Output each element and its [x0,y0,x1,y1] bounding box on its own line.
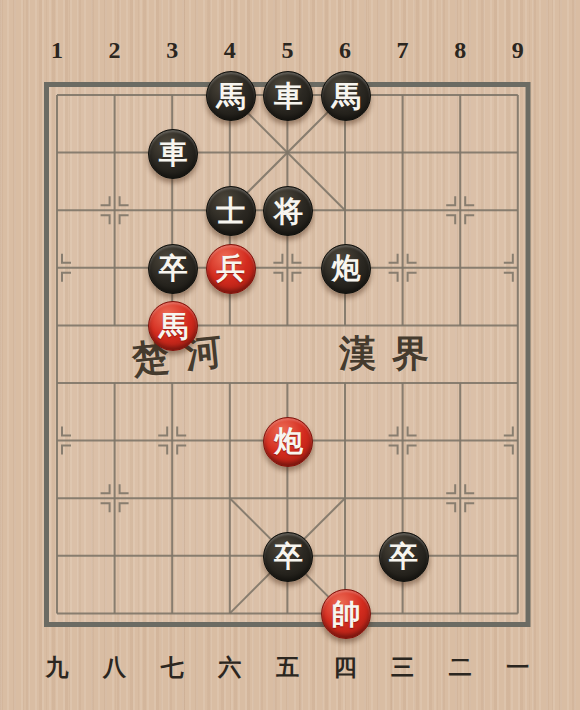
piece-character: 馬 [332,82,361,111]
piece-character: 兵 [216,254,245,283]
piece-character: 炮 [332,254,361,283]
piece-character: 士 [216,197,245,226]
piece-character: 車 [274,82,303,111]
river-label-han-jie: 漢界 [339,329,445,379]
piece-character: 馬 [216,82,245,111]
piece-character: 炮 [274,427,303,456]
piece-red-cannon[interactable]: 炮 [263,417,313,467]
file-label-top-8: 8 [438,37,482,64]
piece-red-soldier[interactable]: 兵 [206,244,256,294]
xiangqi-board: 123456789 九八七六五四三二一 楚河 漢界 馬車馬車士将卒兵炮馬炮卒卒帥 [0,0,580,710]
file-label-bottom-6: 四 [323,652,367,683]
piece-black-horse[interactable]: 馬 [321,71,371,121]
piece-black-soldier[interactable]: 卒 [148,244,198,294]
piece-character: 馬 [159,312,188,341]
piece-black-cannon[interactable]: 炮 [321,244,371,294]
file-label-bottom-8: 二 [438,652,482,683]
piece-black-chariot[interactable]: 車 [148,129,198,179]
file-label-top-2: 2 [93,37,137,64]
piece-black-horse[interactable]: 馬 [206,71,256,121]
file-label-top-1: 1 [35,37,79,64]
file-label-bottom-4: 六 [208,652,252,683]
piece-character: 卒 [274,542,303,571]
file-label-top-5: 5 [265,37,309,64]
file-label-bottom-2: 八 [93,652,137,683]
piece-character: 帥 [332,600,361,629]
file-label-top-3: 3 [150,37,194,64]
file-label-bottom-7: 三 [381,652,425,683]
piece-character: 車 [159,139,188,168]
piece-black-advisor[interactable]: 士 [206,186,256,236]
file-label-top-9: 9 [496,37,540,64]
piece-character: 卒 [389,542,418,571]
file-label-bottom-5: 五 [265,652,309,683]
piece-black-soldier[interactable]: 卒 [379,532,429,582]
piece-black-soldier[interactable]: 卒 [263,532,313,582]
file-label-bottom-1: 九 [35,652,79,683]
file-label-top-4: 4 [208,37,252,64]
file-label-top-7: 7 [381,37,425,64]
piece-character: 卒 [159,254,188,283]
file-label-bottom-9: 一 [496,652,540,683]
file-label-bottom-3: 七 [150,652,194,683]
file-label-top-6: 6 [323,37,367,64]
piece-character: 将 [274,197,303,226]
